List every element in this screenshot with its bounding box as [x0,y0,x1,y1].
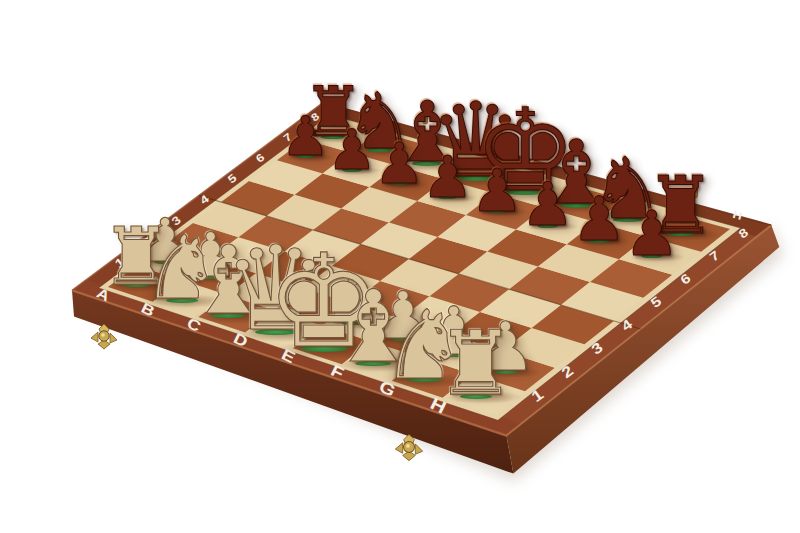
chess-set-photo: AABBCCDDEEFFGGHH1122334455667788 ♜♞♟♝♟♛♟… [0,0,800,533]
brass-hook-back-right [693,182,698,198]
chessboard: AABBCCDDEEFFGGHH1122334455667788 [0,0,800,533]
brass-hook-back-left [423,108,428,124]
